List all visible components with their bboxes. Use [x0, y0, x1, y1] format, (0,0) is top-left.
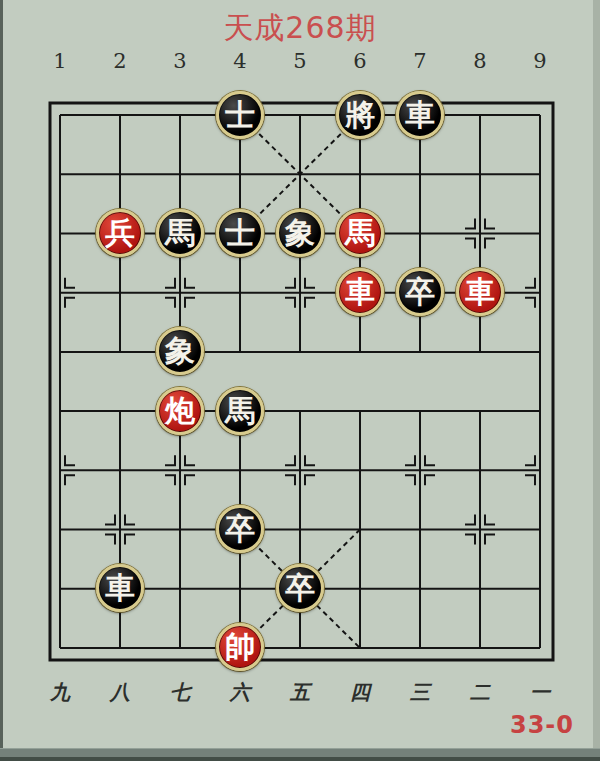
column-labels-bottom: 九八七六五四三二一	[30, 679, 570, 706]
piece-character: 車	[405, 100, 435, 130]
column-label-bottom: 二	[450, 679, 510, 706]
piece-character: 士	[225, 218, 255, 248]
piece-character: 車	[465, 277, 495, 307]
piece-character: 炮	[165, 396, 195, 426]
piece-black-horse[interactable]: 馬	[216, 387, 264, 435]
piece-red-cannon[interactable]: 炮	[156, 387, 204, 435]
column-label-bottom: 九	[30, 679, 90, 706]
piece-layer: 士將車兵馬士象馬車卒車象炮馬卒車卒帥	[30, 85, 570, 677]
piece-character: 馬	[345, 218, 375, 248]
column-label-bottom: 一	[510, 679, 570, 706]
column-label-bottom: 六	[210, 679, 270, 706]
piece-character: 卒	[405, 277, 435, 307]
piece-character: 帥	[225, 632, 255, 662]
piece-red-soldier[interactable]: 兵	[96, 209, 144, 257]
column-label-bottom: 八	[90, 679, 150, 706]
piece-red-horse[interactable]: 馬	[336, 209, 384, 257]
column-label-bottom: 四	[330, 679, 390, 706]
piece-black-soldier[interactable]: 卒	[216, 505, 264, 553]
piece-character: 象	[285, 218, 315, 248]
piece-character: 卒	[285, 573, 315, 603]
column-label-bottom: 三	[390, 679, 450, 706]
piece-character: 馬	[225, 396, 255, 426]
piece-character: 車	[345, 277, 375, 307]
piece-black-advisor[interactable]: 士	[216, 91, 264, 139]
piece-black-soldier[interactable]: 卒	[396, 268, 444, 316]
piece-black-soldier[interactable]: 卒	[276, 564, 324, 612]
piece-black-general[interactable]: 將	[336, 91, 384, 139]
piece-black-horse[interactable]: 馬	[156, 209, 204, 257]
piece-red-chariot[interactable]: 車	[336, 268, 384, 316]
piece-character: 卒	[225, 514, 255, 544]
piece-character: 士	[225, 100, 255, 130]
piece-black-advisor[interactable]: 士	[216, 209, 264, 257]
piece-red-chariot[interactable]: 車	[456, 268, 504, 316]
column-label-bottom: 七	[150, 679, 210, 706]
window-left-edge	[0, 0, 3, 761]
piece-character: 將	[345, 100, 375, 130]
piece-black-chariot[interactable]: 車	[396, 91, 444, 139]
piece-character: 車	[105, 573, 135, 603]
window-bottom-edge	[0, 748, 600, 761]
piece-character: 象	[165, 336, 195, 366]
piece-black-chariot[interactable]: 車	[96, 564, 144, 612]
piece-character: 兵	[105, 218, 135, 248]
piece-black-elephant[interactable]: 象	[156, 327, 204, 375]
column-label-bottom: 五	[270, 679, 330, 706]
piece-red-general[interactable]: 帥	[216, 623, 264, 671]
piece-character: 馬	[165, 218, 195, 248]
window-right-edge	[593, 0, 600, 761]
piece-black-elephant[interactable]: 象	[276, 209, 324, 257]
xiangqi-app-window: 天成268期 123456789 士將車兵馬士象馬車卒車象炮馬卒車卒帥 九八七六…	[0, 0, 600, 761]
score-text: 33-0	[510, 711, 574, 739]
